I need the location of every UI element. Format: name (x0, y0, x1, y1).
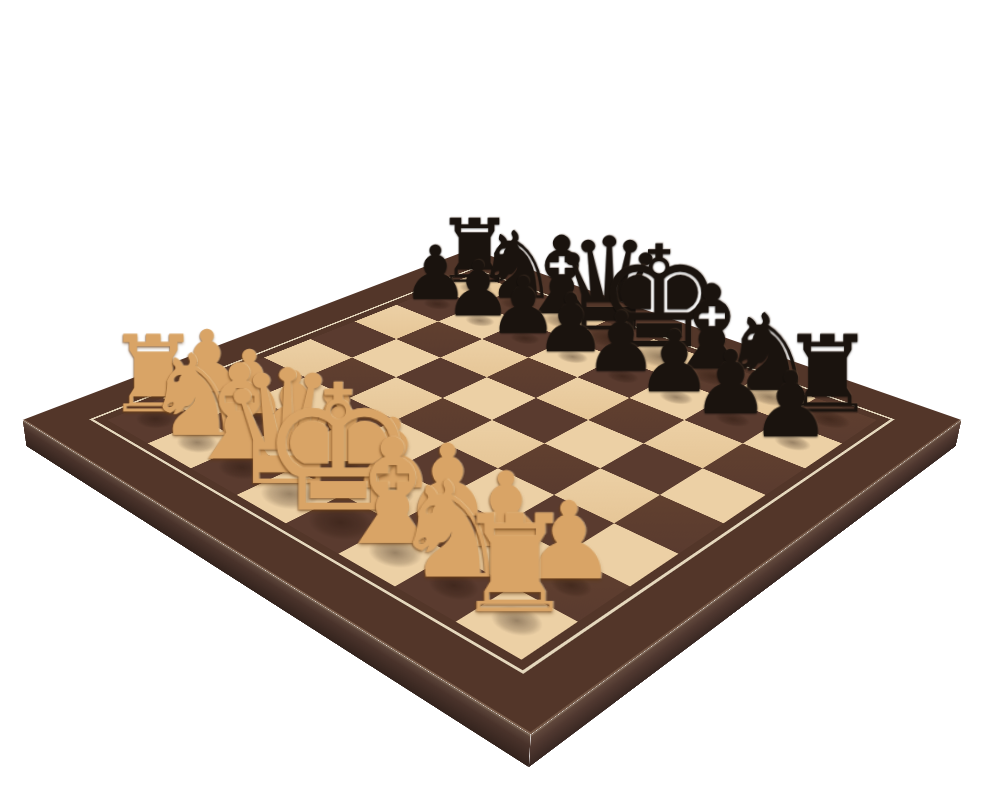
black-pawn-icon: ♟ (636, 360, 946, 451)
chess-board: ♜♞♝♛♚♝♞♜♟♟♟♟♟♟♟♟♟♟♟♟♟♟♟♟♜♞♝♛♚♝♞♜ (22, 249, 961, 735)
photo-backdrop: ♜♞♝♛♚♝♞♜♟♟♟♟♟♟♟♟♟♟♟♟♟♟♟♟♜♞♝♛♚♝♞♜ (0, 0, 1000, 800)
white-rook-icon: ♜ (324, 498, 705, 633)
